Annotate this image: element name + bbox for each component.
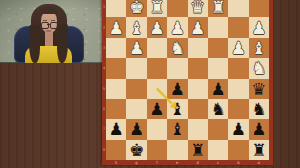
stream-frame: ♚♜♛♜♟♝♟♟♟♟♟♞♟♝♞♟♟♛♟♝♞♞♟♟♝♟♟♚♜♜ hgfedcba … [0,0,300,168]
file-label-d: d [188,160,208,165]
square-h5[interactable] [106,79,126,99]
square-f5[interactable] [147,79,167,99]
square-d2[interactable]: ♟ [188,17,208,37]
square-d1[interactable]: ♛ [188,0,208,17]
piece-bN: ♞ [251,99,266,119]
streamer-hair-strand-left [29,25,40,63]
square-e4[interactable] [167,58,187,78]
file-label-a: a [249,160,269,165]
square-c6[interactable]: ♞ [208,99,228,119]
square-g5[interactable] [126,79,146,99]
square-g6[interactable] [126,99,146,119]
square-g8[interactable]: ♚ [126,140,146,160]
square-g7[interactable]: ♟ [126,119,146,139]
square-g3[interactable]: ♟ [126,38,146,58]
streamer-hair-strand-right [57,24,68,63]
streamer-hairline [40,7,58,14]
square-a4[interactable]: ♞ [249,58,269,78]
square-f1[interactable]: ♜ [147,0,167,17]
square-a2[interactable]: ♟ [249,17,269,37]
square-b8[interactable] [228,140,248,160]
square-b3[interactable]: ♟ [228,38,248,58]
square-f6[interactable]: ♟ [147,99,167,119]
rank-label-4: 4 [102,58,106,78]
piece-wP: ♟ [109,18,124,38]
square-d4[interactable] [188,58,208,78]
rank-label-8: 8 [102,140,106,160]
webcam-overlay [0,0,104,63]
piece-wB: ♝ [251,38,266,58]
square-e6[interactable]: ♝ [167,99,187,119]
file-label-c: c [208,160,228,165]
square-g2[interactable]: ♝ [126,17,146,37]
board-frame: ♚♜♛♜♟♝♟♟♟♟♟♞♟♝♞♟♟♛♟♝♞♞♟♟♝♟♟♚♜♜ hgfedcba … [102,0,273,165]
piece-wB: ♝ [129,18,144,38]
rank-labels: 12345678 [102,0,106,160]
piece-bP: ♟ [170,79,185,99]
square-c2[interactable] [208,17,228,37]
square-b6[interactable] [228,99,248,119]
square-c7[interactable] [208,119,228,139]
rank-label-2: 2 [102,17,106,37]
square-e1[interactable] [167,0,187,17]
piece-wP: ♟ [170,18,185,38]
piece-bP: ♟ [210,79,225,99]
square-f3[interactable] [147,38,167,58]
streamer-eyebrow [43,20,47,21]
piece-bK: ♚ [129,140,144,160]
piece-wR: ♜ [149,0,164,17]
glasses-icon [40,22,58,28]
rank-label-3: 3 [102,38,106,58]
file-label-e: e [167,160,187,165]
square-b1[interactable] [228,0,248,17]
square-h8[interactable] [106,140,126,160]
square-d6[interactable] [188,99,208,119]
piece-bN: ♞ [210,99,225,119]
square-c4[interactable] [208,58,228,78]
piece-bP: ♟ [149,99,164,119]
square-h1[interactable] [106,0,126,17]
square-f4[interactable] [147,58,167,78]
piece-wK: ♚ [129,0,144,17]
square-c5[interactable]: ♟ [208,79,228,99]
square-a7[interactable]: ♟ [249,119,269,139]
square-a6[interactable]: ♞ [249,99,269,119]
piece-bB: ♝ [170,99,185,119]
piece-wP: ♟ [231,38,246,58]
square-e3[interactable]: ♞ [167,38,187,58]
rank-label-1: 1 [102,0,106,17]
square-b5[interactable] [228,79,248,99]
piece-bP: ♟ [109,119,124,139]
square-h4[interactable] [106,58,126,78]
square-a8[interactable]: ♜ [249,140,269,160]
square-a5[interactable]: ♛ [249,79,269,99]
piece-bR: ♜ [190,140,205,160]
square-f2[interactable]: ♟ [147,17,167,37]
piece-wR: ♜ [210,0,225,17]
piece-wN: ♞ [251,58,266,78]
square-b2[interactable] [228,17,248,37]
piece-wQ: ♛ [190,0,205,17]
square-d5[interactable] [188,79,208,99]
square-e2[interactable]: ♟ [167,17,187,37]
piece-bP: ♟ [129,119,144,139]
square-d3[interactable] [188,38,208,58]
piece-wN: ♞ [170,38,185,58]
file-label-b: b [228,160,248,165]
square-f8[interactable] [147,140,167,160]
streamer-eyebrow [51,20,55,21]
square-h7[interactable]: ♟ [106,119,126,139]
rank-label-6: 6 [102,99,106,119]
square-d7[interactable] [188,119,208,139]
piece-bP: ♟ [251,119,266,139]
piece-wP: ♟ [190,18,205,38]
file-label-g: g [126,160,146,165]
square-e8[interactable] [167,140,187,160]
square-c1[interactable]: ♜ [208,0,228,17]
piece-bP: ♟ [231,119,246,139]
square-c3[interactable] [208,38,228,58]
square-e7[interactable]: ♝ [167,119,187,139]
square-h3[interactable] [106,38,126,58]
piece-wP: ♟ [251,18,266,38]
square-c8[interactable] [208,140,228,160]
square-g1[interactable]: ♚ [126,0,146,17]
board-grid: ♚♜♛♜♟♝♟♟♟♟♟♞♟♝♞♟♟♛♟♝♞♞♟♟♝♟♟♚♜♜ [106,0,269,160]
square-a1[interactable] [249,0,269,17]
rank-label-7: 7 [102,119,106,139]
square-f7[interactable] [147,119,167,139]
piece-bQ: ♛ [251,79,266,99]
file-label-h: h [106,160,126,165]
piece-bR: ♜ [251,140,266,160]
piece-wP: ♟ [149,18,164,38]
square-b4[interactable] [228,58,248,78]
file-labels: hgfedcba [106,160,269,165]
rank-label-5: 5 [102,79,106,99]
square-a3[interactable]: ♝ [249,38,269,58]
piece-bB: ♝ [170,119,185,139]
file-label-f: f [147,160,167,165]
streamer-mouth [46,30,51,32]
square-g4[interactable] [126,58,146,78]
piece-wP: ♟ [129,38,144,58]
square-e5[interactable]: ♟ [167,79,187,99]
square-d8[interactable]: ♜ [188,140,208,160]
square-h6[interactable] [106,99,126,119]
square-h2[interactable]: ♟ [106,17,126,37]
square-b7[interactable]: ♟ [228,119,248,139]
